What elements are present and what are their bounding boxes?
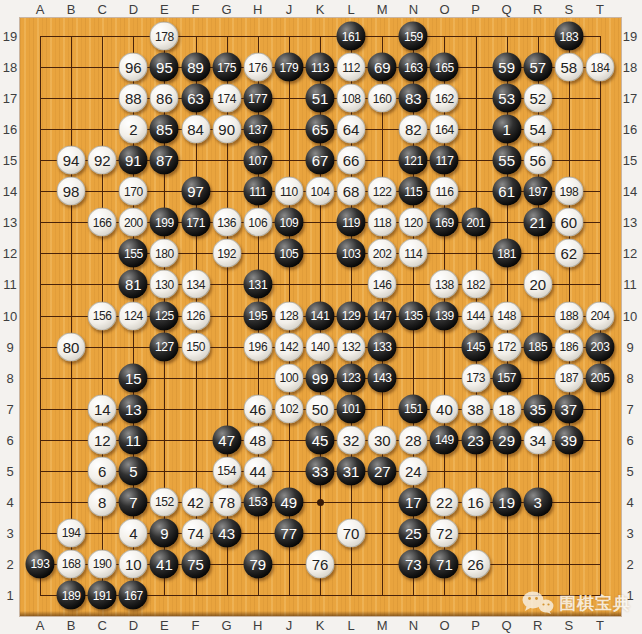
- stone-white-4-D3[interactable]: 4: [119, 518, 148, 547]
- move-number: 78: [218, 494, 235, 509]
- stone-black-27-M5[interactable]: 27: [368, 456, 397, 485]
- stone-white-173-P8[interactable]: 173: [461, 363, 490, 392]
- stone-white-62-S12[interactable]: 62: [554, 239, 583, 268]
- stone-black-115-N14[interactable]: 115: [399, 177, 428, 206]
- stone-black-43-G3[interactable]: 43: [212, 518, 241, 547]
- coord-label-top-R: R: [533, 3, 542, 16]
- move-number: 69: [374, 60, 391, 75]
- stone-white-30-M6[interactable]: 30: [368, 425, 397, 454]
- move-number: 180: [155, 247, 174, 259]
- stone-black-7-D4[interactable]: 7: [119, 487, 148, 516]
- stone-black-135-N10[interactable]: 135: [399, 301, 428, 330]
- stone-black-69-M18[interactable]: 69: [368, 53, 397, 82]
- move-number: 199: [155, 216, 174, 228]
- stone-white-178-E19[interactable]: 178: [150, 22, 179, 51]
- stone-white-56-R15[interactable]: 56: [523, 146, 552, 175]
- stone-white-140-K9[interactable]: 140: [306, 332, 335, 361]
- move-number: 147: [373, 310, 392, 322]
- stone-black-5-D5[interactable]: 5: [119, 456, 148, 485]
- coord-label-bottom-R: R: [533, 619, 542, 632]
- move-number: 197: [528, 185, 547, 197]
- stone-black-179-J18[interactable]: 179: [274, 53, 303, 82]
- stone-white-100-J8[interactable]: 100: [274, 363, 303, 392]
- stone-black-205-T8[interactable]: 205: [586, 363, 615, 392]
- coord-label-left-12: 12: [3, 247, 17, 260]
- stone-black-155-D12[interactable]: 155: [119, 239, 148, 268]
- stone-white-162-O17[interactable]: 162: [430, 84, 459, 113]
- stone-black-107-H15[interactable]: 107: [243, 146, 272, 175]
- coord-label-left-16: 16: [3, 123, 17, 136]
- stone-black-147-M10[interactable]: 147: [368, 301, 397, 330]
- stone-black-83-N17[interactable]: 83: [399, 84, 428, 113]
- stone-white-90-G16[interactable]: 90: [212, 115, 241, 144]
- move-number: 192: [217, 247, 236, 259]
- coord-label-left-14: 14: [3, 185, 17, 198]
- stone-black-149-O6[interactable]: 149: [430, 425, 459, 454]
- stone-white-52-R17[interactable]: 52: [523, 84, 552, 113]
- stone-white-202-M12[interactable]: 202: [368, 239, 397, 268]
- stone-white-64-L16[interactable]: 64: [337, 115, 366, 144]
- stone-black-91-D15[interactable]: 91: [119, 146, 148, 175]
- stone-white-130-E11[interactable]: 130: [150, 270, 179, 299]
- stone-black-169-O13[interactable]: 169: [430, 208, 459, 237]
- stone-black-143-M8[interactable]: 143: [368, 363, 397, 392]
- stone-white-6-C5[interactable]: 6: [88, 456, 117, 485]
- stone-black-177-H17[interactable]: 177: [243, 84, 272, 113]
- coord-label-right-14: 14: [623, 185, 637, 198]
- move-number: 38: [467, 401, 484, 416]
- stone-black-49-J4[interactable]: 49: [274, 487, 303, 516]
- move-number: 172: [497, 341, 516, 353]
- stone-white-144-P10[interactable]: 144: [461, 301, 490, 330]
- stone-black-137-H16[interactable]: 137: [243, 115, 272, 144]
- stone-white-10-D2[interactable]: 10: [119, 549, 148, 578]
- stone-white-44-H5[interactable]: 44: [243, 456, 272, 485]
- move-number: 165: [435, 61, 454, 73]
- stone-white-116-O14[interactable]: 116: [430, 177, 459, 206]
- move-number: 107: [248, 154, 267, 166]
- move-number: 109: [279, 216, 298, 228]
- move-number: 148: [497, 310, 516, 322]
- stone-black-203-T9[interactable]: 203: [586, 332, 615, 361]
- move-number: 127: [155, 341, 174, 353]
- move-number: 54: [529, 122, 546, 137]
- stone-white-186-S9[interactable]: 186: [554, 332, 583, 361]
- stone-white-48-H6[interactable]: 48: [243, 425, 272, 454]
- stone-white-94-B15[interactable]: 94: [57, 146, 86, 175]
- move-number: 174: [217, 92, 236, 104]
- move-number: 45: [312, 432, 329, 447]
- stone-black-39-S6[interactable]: 39: [554, 425, 583, 454]
- stone-white-112-L18[interactable]: 112: [337, 53, 366, 82]
- stone-white-190-C2[interactable]: 190: [88, 549, 117, 578]
- stone-black-161-L19[interactable]: 161: [337, 22, 366, 51]
- stone-black-157-Q8[interactable]: 157: [492, 363, 521, 392]
- stone-white-20-R11[interactable]: 20: [523, 270, 552, 299]
- stone-black-59-Q18[interactable]: 59: [492, 53, 521, 82]
- stone-black-53-Q17[interactable]: 53: [492, 84, 521, 113]
- stone-black-123-L8[interactable]: 123: [337, 363, 366, 392]
- coord-label-bottom-S: S: [565, 619, 574, 632]
- stone-black-153-H4[interactable]: 153: [243, 487, 272, 516]
- move-number: 77: [281, 525, 298, 540]
- stone-white-168-B2[interactable]: 168: [57, 549, 86, 578]
- stone-white-160-M17[interactable]: 160: [368, 84, 397, 113]
- stone-white-40-O7[interactable]: 40: [430, 394, 459, 423]
- stone-white-26-P2[interactable]: 26: [461, 549, 490, 578]
- move-number: 130: [155, 278, 174, 290]
- stone-white-124-D10[interactable]: 124: [119, 301, 148, 330]
- stone-white-108-L17[interactable]: 108: [337, 84, 366, 113]
- stone-white-82-N16[interactable]: 82: [399, 115, 428, 144]
- coord-label-right-7: 7: [626, 402, 633, 415]
- stone-black-167-D1[interactable]: 167: [119, 581, 148, 610]
- stone-white-50-K7[interactable]: 50: [306, 394, 335, 423]
- stone-black-195-H10[interactable]: 195: [243, 301, 272, 330]
- coord-label-right-4: 4: [626, 495, 633, 508]
- move-number: 177: [248, 92, 267, 104]
- move-number: 35: [529, 401, 546, 416]
- stone-black-67-K15[interactable]: 67: [306, 146, 335, 175]
- stone-black-11-D6[interactable]: 11: [119, 425, 148, 454]
- stone-black-125-E10[interactable]: 125: [150, 301, 179, 330]
- stone-black-33-K5[interactable]: 33: [306, 456, 335, 485]
- move-number: 70: [343, 525, 360, 540]
- stone-white-118-M13[interactable]: 118: [368, 208, 397, 237]
- move-number: 79: [249, 556, 266, 571]
- move-number: 119: [342, 216, 360, 228]
- stone-white-174-G17[interactable]: 174: [212, 84, 241, 113]
- move-number: 28: [405, 432, 422, 447]
- stone-white-148-Q10[interactable]: 148: [492, 301, 521, 330]
- move-number: 181: [497, 247, 516, 259]
- coord-label-right-15: 15: [623, 154, 637, 167]
- stone-white-22-O4[interactable]: 22: [430, 487, 459, 516]
- stone-black-95-E18[interactable]: 95: [150, 53, 179, 82]
- stone-white-32-L6[interactable]: 32: [337, 425, 366, 454]
- move-number: 110: [280, 185, 298, 197]
- stone-black-71-O2[interactable]: 71: [430, 549, 459, 578]
- move-number: 187: [559, 372, 578, 384]
- move-number: 31: [343, 463, 360, 478]
- stone-black-77-J3[interactable]: 77: [274, 518, 303, 547]
- stone-black-45-K6[interactable]: 45: [306, 425, 335, 454]
- stone-black-3-R4[interactable]: 3: [523, 487, 552, 516]
- stone-black-159-N19[interactable]: 159: [399, 22, 428, 51]
- stone-black-105-J12[interactable]: 105: [274, 239, 303, 268]
- move-number: 176: [248, 61, 267, 73]
- move-number: 6: [98, 463, 106, 478]
- stone-white-66-L15[interactable]: 66: [337, 146, 366, 175]
- stone-white-58-S18[interactable]: 58: [554, 53, 583, 82]
- stone-black-9-E3[interactable]: 9: [150, 518, 179, 547]
- stone-white-194-B3[interactable]: 194: [57, 518, 86, 547]
- stone-white-12-C6[interactable]: 12: [88, 425, 117, 454]
- stone-white-172-Q9[interactable]: 172: [492, 332, 521, 361]
- stone-white-154-G5[interactable]: 154: [212, 456, 241, 485]
- stone-white-196-H9[interactable]: 196: [243, 332, 272, 361]
- stone-black-201-P13[interactable]: 201: [461, 208, 490, 237]
- move-number: 108: [342, 92, 361, 104]
- move-number: 151: [404, 403, 423, 415]
- move-number: 142: [279, 341, 298, 353]
- move-number: 96: [125, 60, 142, 75]
- stone-black-13-D7[interactable]: 13: [119, 394, 148, 423]
- stone-black-57-R18[interactable]: 57: [523, 53, 552, 82]
- coord-label-right-5: 5: [626, 464, 633, 477]
- stone-black-111-H14[interactable]: 111: [243, 177, 272, 206]
- stone-black-89-F18[interactable]: 89: [181, 53, 210, 82]
- stone-black-109-J13[interactable]: 109: [274, 208, 303, 237]
- stone-black-151-N7[interactable]: 151: [399, 394, 428, 423]
- move-number: 159: [404, 30, 423, 42]
- stone-black-99-K8[interactable]: 99: [306, 363, 335, 392]
- stone-black-103-L12[interactable]: 103: [337, 239, 366, 268]
- move-number: 117: [435, 154, 453, 166]
- stone-white-60-S13[interactable]: 60: [554, 208, 583, 237]
- stone-white-132-L9[interactable]: 132: [337, 332, 366, 361]
- stone-black-35-R7[interactable]: 35: [523, 394, 552, 423]
- stone-white-122-M14[interactable]: 122: [368, 177, 397, 206]
- stone-white-187-S8[interactable]: 187: [554, 363, 583, 392]
- stone-white-70-L3[interactable]: 70: [337, 518, 366, 547]
- stone-black-97-F14[interactable]: 97: [181, 177, 210, 206]
- stone-black-55-Q15[interactable]: 55: [492, 146, 521, 175]
- stone-black-199-E13[interactable]: 199: [150, 208, 179, 237]
- stone-black-85-E16[interactable]: 85: [150, 115, 179, 144]
- stone-black-131-H11[interactable]: 131: [243, 270, 272, 299]
- stone-white-84-F16[interactable]: 84: [181, 115, 210, 144]
- stone-white-46-H7[interactable]: 46: [243, 394, 272, 423]
- move-number: 198: [559, 185, 578, 197]
- stone-white-104-K14[interactable]: 104: [306, 177, 335, 206]
- stone-black-181-Q12[interactable]: 181: [492, 239, 521, 268]
- stone-white-142-J9[interactable]: 142: [274, 332, 303, 361]
- stone-white-78-G4[interactable]: 78: [212, 487, 241, 516]
- stone-white-92-C15[interactable]: 92: [88, 146, 117, 175]
- stone-white-146-M11[interactable]: 146: [368, 270, 397, 299]
- stone-white-138-O11[interactable]: 138: [430, 270, 459, 299]
- move-number: 134: [186, 278, 205, 290]
- stone-white-54-R16[interactable]: 54: [523, 115, 552, 144]
- stone-white-192-G12[interactable]: 192: [212, 239, 241, 268]
- coord-label-left-4: 4: [6, 495, 13, 508]
- stone-white-170-D14[interactable]: 170: [119, 177, 148, 206]
- stone-white-164-O16[interactable]: 164: [430, 115, 459, 144]
- stone-white-88-D17[interactable]: 88: [119, 84, 148, 113]
- move-number: 2: [129, 122, 137, 137]
- move-number: 163: [404, 61, 423, 73]
- stone-black-141-K10[interactable]: 141: [306, 301, 335, 330]
- move-number: 131: [248, 278, 267, 290]
- stone-black-127-E9[interactable]: 127: [150, 332, 179, 361]
- stone-black-25-N3[interactable]: 25: [399, 518, 428, 547]
- stone-black-197-R14[interactable]: 197: [523, 177, 552, 206]
- move-number: 138: [435, 278, 454, 290]
- move-number: 23: [467, 432, 484, 447]
- stone-black-129-L10[interactable]: 129: [337, 301, 366, 330]
- stone-black-23-P6[interactable]: 23: [461, 425, 490, 454]
- stone-white-204-T10[interactable]: 204: [586, 301, 615, 330]
- stone-white-38-P7[interactable]: 38: [461, 394, 490, 423]
- stone-white-120-N13[interactable]: 120: [399, 208, 428, 237]
- move-number: 10: [125, 556, 142, 571]
- coord-label-top-L: L: [347, 3, 354, 16]
- stone-black-185-R9[interactable]: 185: [523, 332, 552, 361]
- move-number: 4: [129, 525, 137, 540]
- stone-black-61-Q14[interactable]: 61: [492, 177, 521, 206]
- move-number: 37: [561, 401, 578, 416]
- stone-white-14-C7[interactable]: 14: [88, 394, 117, 423]
- move-number: 121: [404, 154, 423, 166]
- stone-black-171-F13[interactable]: 171: [181, 208, 210, 237]
- stone-white-72-O3[interactable]: 72: [430, 518, 459, 547]
- stone-black-145-P9[interactable]: 145: [461, 332, 490, 361]
- stone-white-128-J10[interactable]: 128: [274, 301, 303, 330]
- stone-white-42-F4[interactable]: 42: [181, 487, 210, 516]
- stone-white-156-C10[interactable]: 156: [88, 301, 117, 330]
- move-number: 73: [405, 556, 422, 571]
- stone-black-189-B1[interactable]: 189: [57, 581, 86, 610]
- stone-white-98-B14[interactable]: 98: [57, 177, 86, 206]
- stone-white-86-E17[interactable]: 86: [150, 84, 179, 113]
- stone-black-163-N18[interactable]: 163: [399, 53, 428, 82]
- stone-black-37-S7[interactable]: 37: [554, 394, 583, 423]
- stone-black-31-L5[interactable]: 31: [337, 456, 366, 485]
- stone-white-2-D16[interactable]: 2: [119, 115, 148, 144]
- stone-white-16-P4[interactable]: 16: [461, 487, 490, 516]
- stone-white-68-L14[interactable]: 68: [337, 177, 366, 206]
- stone-black-101-L7[interactable]: 101: [337, 394, 366, 423]
- stone-white-96-D18[interactable]: 96: [119, 53, 148, 82]
- move-number: 168: [62, 558, 81, 570]
- stone-black-65-K16[interactable]: 65: [306, 115, 335, 144]
- stone-black-165-O18[interactable]: 165: [430, 53, 459, 82]
- stone-black-63-F17[interactable]: 63: [181, 84, 210, 113]
- stone-black-21-R13[interactable]: 21: [523, 208, 552, 237]
- move-number: 74: [187, 525, 204, 540]
- move-number: 5: [129, 463, 137, 478]
- stone-white-106-H13[interactable]: 106: [243, 208, 272, 237]
- stone-white-34-R6[interactable]: 34: [523, 425, 552, 454]
- stone-black-29-Q6[interactable]: 29: [492, 425, 521, 454]
- coord-label-bottom-Q: Q: [502, 619, 512, 632]
- stone-white-136-G13[interactable]: 136: [212, 208, 241, 237]
- move-number: 87: [156, 153, 173, 168]
- stone-black-15-D8[interactable]: 15: [119, 363, 148, 392]
- stone-white-18-Q7[interactable]: 18: [492, 394, 521, 423]
- coord-label-left-17: 17: [3, 92, 17, 105]
- go-board[interactable]: 1781611591839695891751761791131126916316…: [20, 18, 621, 616]
- stone-white-134-F11[interactable]: 134: [181, 270, 210, 299]
- move-number: 47: [218, 432, 235, 447]
- stone-black-113-K18[interactable]: 113: [306, 53, 335, 82]
- move-number: 182: [466, 278, 485, 290]
- stone-white-198-S14[interactable]: 198: [554, 177, 583, 206]
- stone-black-79-H2[interactable]: 79: [243, 549, 272, 578]
- move-number: 75: [187, 556, 204, 571]
- move-number: 85: [156, 122, 173, 137]
- stone-white-152-E4[interactable]: 152: [150, 487, 179, 516]
- stone-white-200-D13[interactable]: 200: [119, 208, 148, 237]
- stone-black-191-C1[interactable]: 191: [88, 581, 117, 610]
- stone-white-76-K2[interactable]: 76: [306, 549, 335, 578]
- stone-black-1-Q16[interactable]: 1: [492, 115, 521, 144]
- move-number: 3: [534, 494, 542, 509]
- stone-black-51-K17[interactable]: 51: [306, 84, 335, 113]
- stone-white-8-C4[interactable]: 8: [88, 487, 117, 516]
- move-number: 11: [126, 432, 142, 447]
- move-number: 44: [249, 463, 266, 478]
- stone-black-41-E2[interactable]: 41: [150, 549, 179, 578]
- stone-black-19-Q4[interactable]: 19: [492, 487, 521, 516]
- move-number: 190: [93, 558, 112, 570]
- stone-black-183-S19[interactable]: 183: [554, 22, 583, 51]
- stone-white-184-T18[interactable]: 184: [586, 53, 615, 82]
- move-number: 63: [187, 91, 204, 106]
- stone-white-110-J14[interactable]: 110: [274, 177, 303, 206]
- move-number: 137: [248, 123, 267, 135]
- stone-black-73-N2[interactable]: 73: [399, 549, 428, 578]
- coord-label-bottom-K: K: [316, 619, 325, 632]
- stone-white-150-F9[interactable]: 150: [181, 332, 210, 361]
- stone-black-119-L13[interactable]: 119: [337, 208, 366, 237]
- move-number: 106: [248, 216, 267, 228]
- stone-black-87-E15[interactable]: 87: [150, 146, 179, 175]
- stone-black-193-A2[interactable]: 193: [26, 549, 55, 578]
- coord-label-bottom-H: H: [253, 619, 262, 632]
- stone-black-121-N15[interactable]: 121: [399, 146, 428, 175]
- stone-black-117-O15[interactable]: 117: [430, 146, 459, 175]
- stone-white-102-J7[interactable]: 102: [274, 394, 303, 423]
- move-number: 123: [342, 372, 361, 384]
- move-number: 81: [125, 277, 142, 292]
- coord-label-right-16: 16: [623, 123, 637, 136]
- stone-black-175-G18[interactable]: 175: [212, 53, 241, 82]
- stone-white-182-P11[interactable]: 182: [461, 270, 490, 299]
- stone-white-114-N12[interactable]: 114: [399, 239, 428, 268]
- stone-white-74-F3[interactable]: 74: [181, 518, 210, 547]
- move-number: 164: [435, 123, 454, 135]
- stone-black-75-F2[interactable]: 75: [181, 549, 210, 578]
- coord-label-left-18: 18: [3, 61, 17, 74]
- move-number: 7: [129, 494, 137, 509]
- stone-white-188-S10[interactable]: 188: [554, 301, 583, 330]
- stone-white-176-H18[interactable]: 176: [243, 53, 272, 82]
- coord-label-left-8: 8: [6, 371, 13, 384]
- move-number: 17: [405, 494, 422, 509]
- stone-white-24-N5[interactable]: 24: [399, 456, 428, 485]
- stone-white-80-B9[interactable]: 80: [57, 332, 86, 361]
- stone-black-81-D11[interactable]: 81: [119, 270, 148, 299]
- move-number: 141: [311, 310, 330, 322]
- coord-label-top-M: M: [377, 3, 388, 16]
- stone-white-180-E12[interactable]: 180: [150, 239, 179, 268]
- coord-label-top-B: B: [67, 3, 76, 16]
- move-number: 160: [373, 92, 392, 104]
- stone-black-17-N4[interactable]: 17: [399, 487, 428, 516]
- stone-black-133-M9[interactable]: 133: [368, 332, 397, 361]
- stone-white-28-N6[interactable]: 28: [399, 425, 428, 454]
- coord-label-right-6: 6: [626, 433, 633, 446]
- coord-label-top-O: O: [439, 3, 449, 16]
- move-number: 115: [404, 185, 422, 197]
- go-game-diagram: 1781611591839695891751761791131126916316…: [0, 0, 642, 634]
- stone-black-139-O10[interactable]: 139: [430, 301, 459, 330]
- stone-black-47-G6[interactable]: 47: [212, 425, 241, 454]
- stone-white-166-C13[interactable]: 166: [88, 208, 117, 237]
- stone-white-126-F10[interactable]: 126: [181, 301, 210, 330]
